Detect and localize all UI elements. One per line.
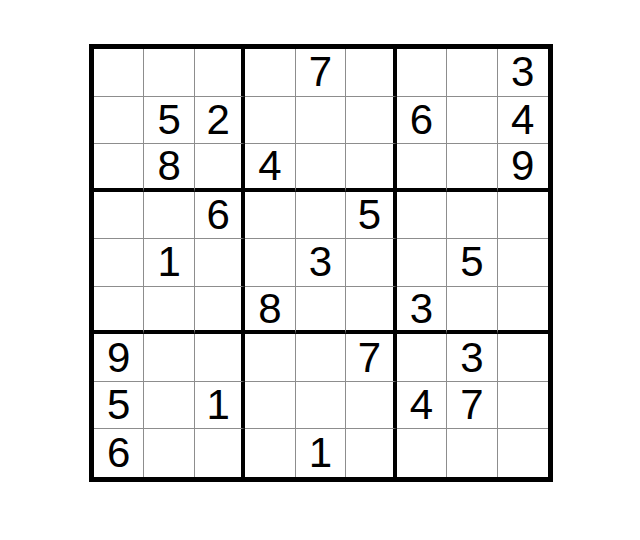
cell-r1c7-empty[interactable] (397, 49, 447, 97)
cell-r5c7-empty[interactable] (397, 239, 447, 287)
sudoku-board: 7352648496513583973514761 (89, 44, 553, 482)
cell-r1c6-empty[interactable] (346, 49, 396, 97)
cell-r6c2-empty[interactable] (144, 287, 194, 335)
cell-r7c7-empty[interactable] (397, 334, 447, 382)
cell-r1c3-empty[interactable] (195, 49, 245, 97)
cell-r1c1-empty[interactable] (94, 49, 144, 97)
cell-r8c2-empty[interactable] (144, 382, 194, 430)
cell-r4c9-empty[interactable] (498, 192, 548, 240)
cell-r9c2-empty[interactable] (144, 429, 194, 477)
cell-r7c3-empty[interactable] (195, 334, 245, 382)
cell-r1c9-given[interactable]: 3 (498, 49, 548, 97)
cell-r2c8-empty[interactable] (447, 97, 497, 145)
cell-r6c4-given[interactable]: 8 (245, 287, 295, 335)
cell-r7c4-empty[interactable] (245, 334, 295, 382)
cell-r5c2-given[interactable]: 1 (144, 239, 194, 287)
cell-r4c8-empty[interactable] (447, 192, 497, 240)
cell-r7c9-empty[interactable] (498, 334, 548, 382)
cell-r7c2-empty[interactable] (144, 334, 194, 382)
cell-r8c9-empty[interactable] (498, 382, 548, 430)
cell-r6c3-empty[interactable] (195, 287, 245, 335)
cell-r5c5-given[interactable]: 3 (296, 239, 346, 287)
cell-r7c5-empty[interactable] (296, 334, 346, 382)
cell-r4c1-empty[interactable] (94, 192, 144, 240)
cell-r8c1-given[interactable]: 5 (94, 382, 144, 430)
cell-r5c3-empty[interactable] (195, 239, 245, 287)
cell-r9c8-empty[interactable] (447, 429, 497, 477)
cell-r4c6-given[interactable]: 5 (346, 192, 396, 240)
cell-r8c6-empty[interactable] (346, 382, 396, 430)
cell-r4c3-given[interactable]: 6 (195, 192, 245, 240)
cell-r6c6-empty[interactable] (346, 287, 396, 335)
cell-r8c5-empty[interactable] (296, 382, 346, 430)
cell-r5c8-given[interactable]: 5 (447, 239, 497, 287)
cell-r1c4-empty[interactable] (245, 49, 295, 97)
cell-r7c1-given[interactable]: 9 (94, 334, 144, 382)
cell-r9c4-empty[interactable] (245, 429, 295, 477)
cell-r3c2-given[interactable]: 8 (144, 144, 194, 192)
cell-r3c8-empty[interactable] (447, 144, 497, 192)
cell-r9c9-empty[interactable] (498, 429, 548, 477)
cell-r3c9-given[interactable]: 9 (498, 144, 548, 192)
cell-r7c8-given[interactable]: 3 (447, 334, 497, 382)
cell-r9c7-empty[interactable] (397, 429, 447, 477)
cell-r8c8-given[interactable]: 7 (447, 382, 497, 430)
cell-r4c4-empty[interactable] (245, 192, 295, 240)
cell-r9c5-given[interactable]: 1 (296, 429, 346, 477)
cell-r6c5-empty[interactable] (296, 287, 346, 335)
cell-r2c1-empty[interactable] (94, 97, 144, 145)
cell-r7c6-given[interactable]: 7 (346, 334, 396, 382)
cell-r3c5-empty[interactable] (296, 144, 346, 192)
cell-r6c1-empty[interactable] (94, 287, 144, 335)
cell-r9c6-empty[interactable] (346, 429, 396, 477)
cell-r4c2-empty[interactable] (144, 192, 194, 240)
cell-r5c1-empty[interactable] (94, 239, 144, 287)
cell-r3c1-empty[interactable] (94, 144, 144, 192)
cell-r2c9-given[interactable]: 4 (498, 97, 548, 145)
cell-r2c2-given[interactable]: 5 (144, 97, 194, 145)
cell-r9c3-empty[interactable] (195, 429, 245, 477)
cell-r1c5-given[interactable]: 7 (296, 49, 346, 97)
cell-r8c7-given[interactable]: 4 (397, 382, 447, 430)
cell-r1c2-empty[interactable] (144, 49, 194, 97)
cell-r8c4-empty[interactable] (245, 382, 295, 430)
cell-r2c4-empty[interactable] (245, 97, 295, 145)
cell-r2c5-empty[interactable] (296, 97, 346, 145)
cell-r5c6-empty[interactable] (346, 239, 396, 287)
cell-r4c5-empty[interactable] (296, 192, 346, 240)
cell-r6c9-empty[interactable] (498, 287, 548, 335)
cell-r2c7-given[interactable]: 6 (397, 97, 447, 145)
cell-r3c7-empty[interactable] (397, 144, 447, 192)
cell-r6c7-given[interactable]: 3 (397, 287, 447, 335)
cell-r1c8-empty[interactable] (447, 49, 497, 97)
cell-r2c6-empty[interactable] (346, 97, 396, 145)
cell-r6c8-empty[interactable] (447, 287, 497, 335)
cell-r4c7-empty[interactable] (397, 192, 447, 240)
cell-r3c3-empty[interactable] (195, 144, 245, 192)
cell-r9c1-given[interactable]: 6 (94, 429, 144, 477)
cell-r2c3-given[interactable]: 2 (195, 97, 245, 145)
cell-r3c6-empty[interactable] (346, 144, 396, 192)
cell-r5c9-empty[interactable] (498, 239, 548, 287)
cell-r3c4-given[interactable]: 4 (245, 144, 295, 192)
cell-r5c4-empty[interactable] (245, 239, 295, 287)
cell-r8c3-given[interactable]: 1 (195, 382, 245, 430)
